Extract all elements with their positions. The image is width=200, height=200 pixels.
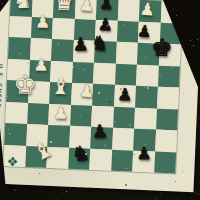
square-g3[interactable] xyxy=(134,107,156,129)
square-h4[interactable] xyxy=(157,87,179,109)
square-f8[interactable] xyxy=(117,0,139,21)
square-e4[interactable] xyxy=(92,84,114,106)
black-knight[interactable]: ♞ xyxy=(90,32,109,53)
square-h1[interactable] xyxy=(154,151,176,173)
square-d3[interactable] xyxy=(70,104,92,126)
black-pawn[interactable]: ♟ xyxy=(73,35,90,53)
square-f2[interactable] xyxy=(112,128,134,150)
square-e1[interactable] xyxy=(89,148,111,170)
square-c7[interactable] xyxy=(52,18,74,40)
black-pawn[interactable]: ♟ xyxy=(136,145,151,162)
square-a6[interactable] xyxy=(8,37,30,59)
white-pawn[interactable]: ♟ xyxy=(79,82,96,100)
black-pawn[interactable]: ♟ xyxy=(117,86,133,104)
black-pawn[interactable]: ♟ xyxy=(99,0,114,12)
square-a2[interactable] xyxy=(4,123,26,145)
square-f5[interactable] xyxy=(115,63,137,85)
board-grid: ♞♛♟♟♟♟♟♟♟♞♚♟♚♝♟♟♟♟♝♞♟ xyxy=(3,0,182,173)
square-e5[interactable] xyxy=(93,62,115,84)
white-pawn[interactable]: ♟ xyxy=(78,0,95,14)
white-knight[interactable]: ♞ xyxy=(13,0,32,12)
square-c6[interactable] xyxy=(51,39,73,61)
square-f6[interactable] xyxy=(115,42,137,64)
square-h8[interactable] xyxy=(160,1,182,23)
square-a3[interactable] xyxy=(5,102,27,124)
white-pawn[interactable]: ♟ xyxy=(35,14,50,31)
white-king[interactable]: ♚ xyxy=(13,71,37,97)
square-a7[interactable] xyxy=(9,16,31,38)
square-f3[interactable] xyxy=(113,106,135,128)
black-pawn[interactable]: ♟ xyxy=(136,23,152,40)
white-pawn[interactable]: ♟ xyxy=(53,105,68,122)
square-b3[interactable] xyxy=(27,102,49,124)
chess-board-photo: ♞♛♟♟♟♟♟♟♟♞♚♟♚♝♟♟♟♟♝♞♟ U.S. CHESS ❖ xyxy=(0,0,200,200)
black-king[interactable]: ♚ xyxy=(151,35,174,60)
square-g4[interactable] xyxy=(135,86,157,108)
black-knight[interactable]: ♞ xyxy=(71,143,92,166)
square-h2[interactable] xyxy=(155,130,177,152)
square-h3[interactable] xyxy=(156,108,178,130)
white-bishop[interactable]: ♝ xyxy=(50,75,71,98)
white-pawn[interactable]: ♟ xyxy=(139,0,156,18)
square-g5[interactable] xyxy=(136,64,158,86)
square-h5[interactable] xyxy=(157,65,179,87)
black-pawn[interactable]: ♟ xyxy=(91,122,108,141)
board-brand-text: U.S. CHESS xyxy=(0,64,4,109)
brand-logo-icon: ❖ xyxy=(6,155,18,168)
square-f1[interactable] xyxy=(111,149,133,171)
board-sheet: ♞♛♟♟♟♟♟♟♟♞♚♟♚♝♟♟♟♟♝♞♟ U.S. CHESS ❖ xyxy=(0,0,200,192)
white-queen[interactable]: ♛ xyxy=(53,0,76,14)
